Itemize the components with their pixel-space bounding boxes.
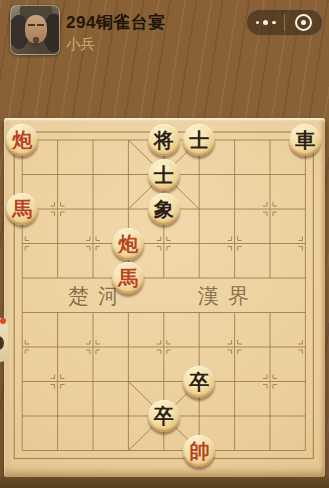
piece-red-horse-1[interactable]: 馬 <box>6 193 38 225</box>
more-button[interactable] <box>247 10 284 35</box>
piece-red-cannon-2[interactable]: 炮 <box>112 228 144 260</box>
avatar-brows <box>28 24 44 26</box>
more-dots-icon <box>263 20 268 25</box>
piece-red-horse-2[interactable]: 馬 <box>112 262 144 294</box>
piece-black-chariot[interactable]: 車 <box>289 124 321 156</box>
more-dots-icon <box>256 21 260 25</box>
piece-black-advisor-1[interactable]: 士 <box>183 124 215 156</box>
more-dots-icon <box>272 21 276 25</box>
piece-black-soldier-2[interactable]: 卒 <box>148 400 180 432</box>
piece-black-advisor-2[interactable]: 士 <box>148 159 180 191</box>
close-button[interactable] <box>285 10 322 35</box>
miniprogram-capsule <box>246 9 323 36</box>
piece-black-general[interactable]: 将 <box>148 124 180 156</box>
pieces-layer: 炮将士車士馬象炮馬卒卒帥 <box>5 123 324 468</box>
level-title: 294铜雀台宴 <box>66 12 166 33</box>
player-name: 小兵 <box>66 35 166 53</box>
piece-black-soldier-1[interactable]: 卒 <box>183 366 215 398</box>
capsule-home-icon <box>295 14 312 31</box>
piece-red-cannon-1[interactable]: 炮 <box>6 124 38 156</box>
avatar <box>10 5 60 55</box>
mascot-red-dot <box>0 318 6 324</box>
app-screen: 294铜雀台宴 小兵 楚河 漢界 炮将士車士馬象炮馬卒卒帥 <box>0 0 329 488</box>
bottom-strip <box>0 477 329 488</box>
capsule-home-icon-dot <box>301 20 307 26</box>
header: 294铜雀台宴 小兵 <box>66 12 166 53</box>
piece-red-general[interactable]: 帥 <box>183 435 215 467</box>
piece-black-elephant[interactable]: 象 <box>148 193 180 225</box>
avatar-beard <box>32 36 40 44</box>
side-mascot-decoration <box>0 312 10 366</box>
